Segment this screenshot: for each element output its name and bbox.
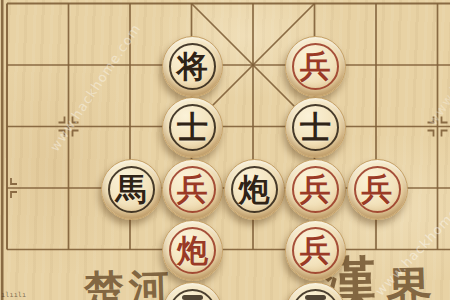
- piece-glyph: 兵: [286, 37, 345, 96]
- piece-glyph: 士: [163, 98, 222, 157]
- piece-glyph: 炮: [163, 221, 222, 280]
- piece-red-soldier[interactable]: 兵: [285, 36, 346, 97]
- piece-red-soldier[interactable]: 兵: [285, 220, 346, 281]
- piece-glyph-fragment: [305, 295, 326, 300]
- piece-red-soldier[interactable]: 兵: [162, 159, 223, 220]
- piece-glyph: 兵: [286, 221, 345, 280]
- piece-red-soldier[interactable]: 兵: [347, 159, 408, 220]
- piece-red-cannon[interactable]: 炮: [162, 220, 223, 281]
- piece-glyph: 士: [286, 98, 345, 157]
- piece-black-advisor[interactable]: 士: [162, 97, 223, 158]
- piece-black-cannon[interactable]: 炮: [224, 159, 285, 220]
- board[interactable]: 楚河 漢 界 将兵士士馬兵炮兵兵炮兵 www.hackhome.com www.…: [0, 0, 450, 300]
- piece-glyph-fragment: [182, 295, 203, 300]
- piece-glyph: 将: [163, 37, 222, 96]
- river-label-left: 楚河: [83, 261, 174, 300]
- piece-glyph: 炮: [225, 160, 284, 219]
- piece-glyph: 兵: [348, 160, 407, 219]
- piece-red-soldier[interactable]: 兵: [285, 159, 346, 220]
- board-grid: [0, 0, 450, 300]
- corner-watermark-fragment: ılıılı: [1, 291, 26, 299]
- piece-black-advisor[interactable]: 士: [285, 97, 346, 158]
- river-label-right-2: 界: [385, 258, 433, 300]
- piece-glyph: 兵: [163, 160, 222, 219]
- piece-glyph: 兵: [286, 160, 345, 219]
- piece-glyph: 馬: [102, 160, 161, 219]
- piece-black-general[interactable]: 将: [162, 36, 223, 97]
- piece-black-horse[interactable]: 馬: [101, 159, 162, 220]
